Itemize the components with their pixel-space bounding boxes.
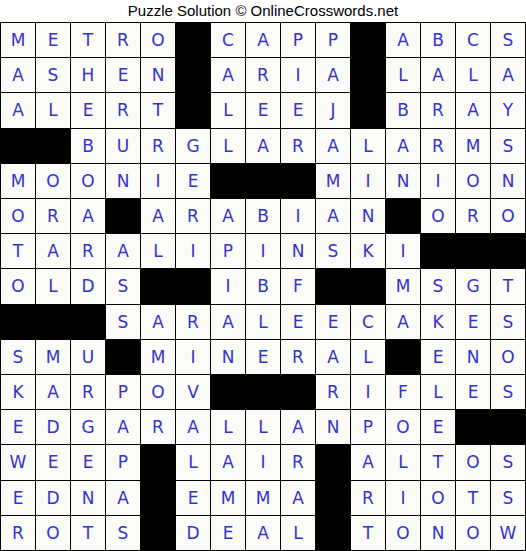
grid-cell: P [106,445,140,479]
grid-cell: A [351,445,385,479]
grid-cell: I [211,269,245,303]
grid-cell: I [421,164,455,198]
grid-cell: I [176,340,210,374]
black-square [316,516,350,550]
grid-cell: Y [491,93,525,127]
grid-cell: I [386,234,420,268]
grid-cell: O [386,410,420,444]
black-square [106,340,140,374]
grid-cell: F [281,269,315,303]
grid-cell: L [141,234,175,268]
puzzle-solution-page: Puzzle Solution © OnlineCrosswords.net M… [0,0,526,551]
grid-cell: R [71,234,105,268]
grid-cell: L [281,516,315,550]
grid-cell: P [281,23,315,57]
grid-cell: I [386,481,420,515]
grid-cell: E [211,516,245,550]
black-square [176,269,210,303]
grid-cell: S [106,269,140,303]
grid-cell: A [421,58,455,92]
grid-cell: S [491,445,525,479]
grid-cell: E [71,445,105,479]
grid-cell: H [71,58,105,92]
grid-cell: R [141,129,175,163]
grid-cell: T [421,445,455,479]
grid-cell: S [106,305,140,339]
grid-cell: E [281,93,315,127]
grid-cell: V [176,375,210,409]
grid-cell: L [351,129,385,163]
grid-cell: R [176,199,210,233]
black-square [386,340,420,374]
grid-cell: N [211,340,245,374]
grid-cell: L [211,93,245,127]
black-square [106,199,140,233]
grid-cell: B [421,23,455,57]
black-square [176,23,210,57]
grid-cell: T [456,481,490,515]
grid-cell: S [491,305,525,339]
grid-cell: B [246,269,280,303]
grid-cell: R [1,516,35,550]
grid-cell: G [176,129,210,163]
black-square [421,234,455,268]
grid-cell: S [316,234,350,268]
grid-cell: A [176,410,210,444]
grid-cell: I [351,164,385,198]
grid-cell: M [316,164,350,198]
grid-cell: A [211,58,245,92]
grid-cell: E [36,23,70,57]
grid-cell: A [246,23,280,57]
grid-cell: D [71,269,105,303]
grid-cell: A [386,129,420,163]
grid-cell: E [246,340,280,374]
grid-cell: N [351,199,385,233]
grid-cell: D [176,516,210,550]
grid-cell: O [1,199,35,233]
grid-cell: M [246,481,280,515]
grid-cell: T [491,269,525,303]
grid-cell: E [421,340,455,374]
grid-cell: B [71,129,105,163]
grid-cell: A [211,305,245,339]
grid-cell: R [176,305,210,339]
grid-cell: S [491,481,525,515]
grid-cell: O [456,445,490,479]
crossword-grid: METROCAPPABCSASHENARIALALAALERTLEEJBRAYB… [0,22,526,551]
grid-cell: K [351,234,385,268]
grid-cell: A [386,305,420,339]
grid-cell: A [106,410,140,444]
grid-cell: L [176,445,210,479]
grid-cell: R [281,445,315,479]
grid-cell: E [316,305,350,339]
grid-cell: R [246,58,280,92]
grid-cell: L [386,445,420,479]
grid-cell: O [421,481,455,515]
grid-cell: L [36,269,70,303]
grid-cell: S [106,516,140,550]
grid-cell: E [1,481,35,515]
black-square [316,445,350,479]
grid-cell: I [141,164,175,198]
black-square [36,129,70,163]
grid-cell: A [141,199,175,233]
grid-cell: A [1,58,35,92]
grid-cell: A [36,375,70,409]
grid-cell: A [316,199,350,233]
grid-cell: L [36,93,70,127]
grid-cell: I [246,445,280,479]
grid-cell: K [421,305,455,339]
grid-cell: P [211,234,245,268]
grid-cell: A [316,340,350,374]
grid-cell: R [351,481,385,515]
grid-cell: R [281,340,315,374]
grid-cell: A [71,199,105,233]
grid-cell: W [491,516,525,550]
black-square [281,164,315,198]
grid-cell: E [71,93,105,127]
grid-cell: C [211,23,245,57]
grid-cell: M [36,340,70,374]
black-square [351,58,385,92]
grid-cell: N [71,481,105,515]
grid-cell: A [316,58,350,92]
grid-cell: A [456,93,490,127]
black-square [316,481,350,515]
grid-cell: O [141,375,175,409]
grid-cell: D [36,410,70,444]
grid-cell: S [1,340,35,374]
grid-cell: G [456,269,490,303]
grid-cell: E [456,375,490,409]
grid-cell: T [1,234,35,268]
grid-cell: L [386,58,420,92]
grid-cell: N [421,516,455,550]
black-square [316,269,350,303]
black-square [211,375,245,409]
grid-cell: R [106,23,140,57]
grid-cell: N [386,164,420,198]
grid-cell: E [176,164,210,198]
grid-cell: L [456,58,490,92]
grid-cell: E [1,410,35,444]
grid-cell: O [386,516,420,550]
black-square [141,516,175,550]
black-square [491,410,525,444]
grid-cell: A [316,129,350,163]
grid-cell: L [211,410,245,444]
grid-cell: O [421,199,455,233]
grid-cell: E [456,305,490,339]
grid-cell: L [421,375,455,409]
black-square [386,199,420,233]
grid-cell: T [351,516,385,550]
grid-cell: I [351,375,385,409]
grid-cell: M [1,164,35,198]
grid-cell: A [491,58,525,92]
grid-cell: B [246,199,280,233]
black-square [176,58,210,92]
grid-cell: R [281,129,315,163]
black-square [176,93,210,127]
grid-cell: O [456,164,490,198]
grid-cell: R [36,199,70,233]
black-square [211,164,245,198]
black-square [36,305,70,339]
grid-cell: O [1,269,35,303]
grid-cell: C [456,23,490,57]
grid-cell: O [491,340,525,374]
grid-cell: R [71,375,105,409]
grid-cell: M [456,129,490,163]
grid-cell: A [106,481,140,515]
grid-cell: E [246,93,280,127]
grid-cell: P [351,410,385,444]
black-square [456,410,490,444]
grid-cell: E [281,305,315,339]
grid-cell: A [246,129,280,163]
grid-cell: T [141,93,175,127]
grid-cell: W [1,445,35,479]
black-square [141,445,175,479]
grid-cell: L [246,410,280,444]
grid-cell: I [281,199,315,233]
grid-cell: R [456,199,490,233]
black-square [491,234,525,268]
grid-cell: N [106,164,140,198]
black-square [1,129,35,163]
grid-cell: M [141,340,175,374]
grid-cell: S [36,58,70,92]
grid-cell: A [386,23,420,57]
grid-cell: N [281,234,315,268]
grid-cell: M [386,269,420,303]
grid-cell: E [36,445,70,479]
grid-cell: A [36,234,70,268]
black-square [351,23,385,57]
grid-cell: O [36,164,70,198]
black-square [351,93,385,127]
black-square [141,269,175,303]
grid-cell: R [421,129,455,163]
grid-cell: E [421,410,455,444]
grid-cell: N [491,164,525,198]
black-square [351,269,385,303]
grid-cell: A [211,199,245,233]
grid-cell: C [351,305,385,339]
grid-cell: O [141,23,175,57]
grid-cell: M [1,23,35,57]
grid-cell: P [316,23,350,57]
grid-cell: A [281,481,315,515]
grid-cell: R [106,93,140,127]
grid-cell: N [456,340,490,374]
grid-cell: S [491,129,525,163]
grid-cell: I [246,234,280,268]
grid-cell: A [141,305,175,339]
grid-cell: A [1,93,35,127]
grid-cell: U [71,340,105,374]
grid-cell: A [211,445,245,479]
grid-cell: M [211,481,245,515]
grid-cell: A [106,234,140,268]
black-square [1,305,35,339]
grid-cell: K [1,375,35,409]
grid-cell: N [141,58,175,92]
grid-cell: E [176,481,210,515]
grid-cell: R [421,93,455,127]
grid-cell: I [281,58,315,92]
grid-cell: S [491,375,525,409]
grid-cell: L [246,305,280,339]
grid-cell: O [456,516,490,550]
black-square [71,305,105,339]
grid-cell: I [176,234,210,268]
grid-cell: L [211,129,245,163]
black-square [246,164,280,198]
page-title: Puzzle Solution © OnlineCrosswords.net [0,0,526,22]
grid-cell: D [36,481,70,515]
grid-cell: P [106,375,140,409]
grid-cell: R [316,375,350,409]
grid-cell: S [491,23,525,57]
grid-cell: U [106,129,140,163]
grid-cell: R [141,410,175,444]
grid-cell: A [281,410,315,444]
black-square [281,375,315,409]
grid-cell: F [386,375,420,409]
black-square [246,375,280,409]
grid-cell: O [71,164,105,198]
grid-cell: E [106,58,140,92]
grid-cell: O [36,516,70,550]
grid-cell: N [316,410,350,444]
grid-cell: J [316,93,350,127]
grid-cell: S [421,269,455,303]
grid-cell: G [71,410,105,444]
grid-cell: O [491,199,525,233]
grid-cell: T [71,516,105,550]
grid-cell: L [351,340,385,374]
black-square [141,481,175,515]
grid-cell: B [386,93,420,127]
grid-cell: A [246,516,280,550]
grid-cell: T [71,23,105,57]
black-square [456,234,490,268]
